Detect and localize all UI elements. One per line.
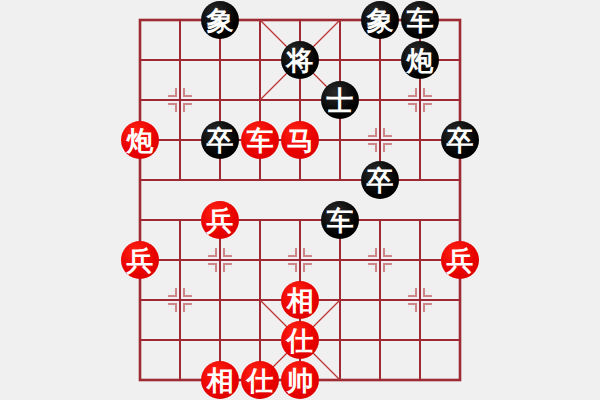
board-cell-b2[interactable] <box>160 280 200 320</box>
board-cell-i5[interactable] <box>440 160 480 200</box>
board-cell-i7[interactable] <box>440 80 480 120</box>
board-cell-d6[interactable]: 车 <box>240 120 280 160</box>
board-cell-a8[interactable] <box>120 40 160 80</box>
board-cell-f7[interactable]: 士 <box>320 80 360 120</box>
board-cell-g3[interactable] <box>360 240 400 280</box>
board-cell-i8[interactable] <box>440 40 480 80</box>
board-cell-e1[interactable]: 仕 <box>280 320 320 360</box>
board-cell-a1[interactable] <box>120 320 160 360</box>
board-cell-h7[interactable] <box>400 80 440 120</box>
board-cell-b4[interactable] <box>160 200 200 240</box>
board-cell-f2[interactable] <box>320 280 360 320</box>
board-cell-g9[interactable]: 象 <box>360 0 400 40</box>
board-cell-e0[interactable]: 帅 <box>280 360 320 400</box>
board-cell-h2[interactable] <box>400 280 440 320</box>
piece-black-general[interactable]: 将 <box>281 41 319 79</box>
board-cell-g0[interactable] <box>360 360 400 400</box>
board-cell-b9[interactable] <box>160 0 200 40</box>
board-grid: 象象车将炮士炮卒车马卒卒兵车兵兵相仕相仕帅 <box>120 0 480 400</box>
board-cell-d7[interactable] <box>240 80 280 120</box>
board-cell-e9[interactable] <box>280 0 320 40</box>
xiangqi-board: 象象车将炮士炮卒车马卒卒兵车兵兵相仕相仕帅 <box>0 0 600 400</box>
board-cell-f9[interactable] <box>320 0 360 40</box>
board-cell-d1[interactable] <box>240 320 280 360</box>
board-cell-e3[interactable] <box>280 240 320 280</box>
board-cell-i9[interactable] <box>440 0 480 40</box>
board-cell-h5[interactable] <box>400 160 440 200</box>
piece-black-elephant[interactable]: 象 <box>201 1 239 39</box>
board-cell-i1[interactable] <box>440 320 480 360</box>
board-cell-c2[interactable] <box>200 280 240 320</box>
board-cell-b5[interactable] <box>160 160 200 200</box>
board-cell-h9[interactable]: 车 <box>400 0 440 40</box>
board-cell-d4[interactable] <box>240 200 280 240</box>
board-cell-c5[interactable] <box>200 160 240 200</box>
piece-black-cannon[interactable]: 炮 <box>401 41 439 79</box>
board-cell-i2[interactable] <box>440 280 480 320</box>
board-cell-g2[interactable] <box>360 280 400 320</box>
board-cell-b0[interactable] <box>160 360 200 400</box>
board-cell-a9[interactable] <box>120 0 160 40</box>
board-cell-f0[interactable] <box>320 360 360 400</box>
piece-red-cannon[interactable]: 炮 <box>121 121 159 159</box>
board-cell-f5[interactable] <box>320 160 360 200</box>
board-cell-c6[interactable]: 卒 <box>200 120 240 160</box>
board-cell-a6[interactable]: 炮 <box>120 120 160 160</box>
board-cell-e5[interactable] <box>280 160 320 200</box>
piece-red-chariot[interactable]: 车 <box>241 121 279 159</box>
board-cell-c9[interactable]: 象 <box>200 0 240 40</box>
board-cell-e6[interactable]: 马 <box>280 120 320 160</box>
board-cell-d2[interactable] <box>240 280 280 320</box>
board-cell-g1[interactable] <box>360 320 400 360</box>
board-cell-e8[interactable]: 将 <box>280 40 320 80</box>
piece-black-chariot[interactable]: 车 <box>321 201 359 239</box>
piece-red-advisor[interactable]: 仕 <box>241 361 279 399</box>
piece-black-chariot[interactable]: 车 <box>401 1 439 39</box>
board-cell-d0[interactable]: 仕 <box>240 360 280 400</box>
board-cell-i3[interactable]: 兵 <box>440 240 480 280</box>
board-cell-d8[interactable] <box>240 40 280 80</box>
piece-black-soldier[interactable]: 卒 <box>361 161 399 199</box>
piece-black-advisor[interactable]: 士 <box>321 81 359 119</box>
board-cell-c4[interactable]: 兵 <box>200 200 240 240</box>
board-cell-h0[interactable] <box>400 360 440 400</box>
board-cell-c0[interactable]: 相 <box>200 360 240 400</box>
board-cell-b1[interactable] <box>160 320 200 360</box>
piece-red-advisor[interactable]: 仕 <box>281 321 319 359</box>
board-cell-e2[interactable]: 相 <box>280 280 320 320</box>
board-cell-f8[interactable] <box>320 40 360 80</box>
board-cell-h3[interactable] <box>400 240 440 280</box>
board-cell-a0[interactable] <box>120 360 160 400</box>
piece-black-elephant[interactable]: 象 <box>361 1 399 39</box>
piece-red-soldier[interactable]: 兵 <box>121 241 159 279</box>
piece-red-elephant[interactable]: 相 <box>281 281 319 319</box>
piece-black-soldier[interactable]: 卒 <box>441 121 479 159</box>
board-cell-a2[interactable] <box>120 280 160 320</box>
board-cell-f6[interactable] <box>320 120 360 160</box>
board-cell-g8[interactable] <box>360 40 400 80</box>
board-cell-c7[interactable] <box>200 80 240 120</box>
board-cell-a4[interactable] <box>120 200 160 240</box>
board-cell-b7[interactable] <box>160 80 200 120</box>
board-cell-g4[interactable] <box>360 200 400 240</box>
board-cell-g6[interactable] <box>360 120 400 160</box>
piece-red-soldier[interactable]: 兵 <box>441 241 479 279</box>
piece-red-general[interactable]: 帅 <box>281 361 319 399</box>
board-cell-e4[interactable] <box>280 200 320 240</box>
board-cell-h1[interactable] <box>400 320 440 360</box>
board-cell-f4[interactable]: 车 <box>320 200 360 240</box>
board-cell-h8[interactable]: 炮 <box>400 40 440 80</box>
board-cell-c3[interactable] <box>200 240 240 280</box>
piece-red-soldier[interactable]: 兵 <box>201 201 239 239</box>
board-cell-f3[interactable] <box>320 240 360 280</box>
board-cell-f1[interactable] <box>320 320 360 360</box>
piece-black-soldier[interactable]: 卒 <box>201 121 239 159</box>
board-cell-c1[interactable] <box>200 320 240 360</box>
piece-red-horse[interactable]: 马 <box>281 121 319 159</box>
board-cell-b6[interactable] <box>160 120 200 160</box>
board-cell-a3[interactable]: 兵 <box>120 240 160 280</box>
board-cell-h6[interactable] <box>400 120 440 160</box>
board-cell-g5[interactable]: 卒 <box>360 160 400 200</box>
board-cell-e7[interactable] <box>280 80 320 120</box>
board-cell-b3[interactable] <box>160 240 200 280</box>
board-cell-d9[interactable] <box>240 0 280 40</box>
board-cell-d5[interactable] <box>240 160 280 200</box>
board-cell-d3[interactable] <box>240 240 280 280</box>
board-cell-b8[interactable] <box>160 40 200 80</box>
board-cell-g7[interactable] <box>360 80 400 120</box>
board-cell-i6[interactable]: 卒 <box>440 120 480 160</box>
board-cell-c8[interactable] <box>200 40 240 80</box>
piece-red-elephant[interactable]: 相 <box>201 361 239 399</box>
board-cell-i4[interactable] <box>440 200 480 240</box>
board-cell-h4[interactable] <box>400 200 440 240</box>
board-cell-a7[interactable] <box>120 80 160 120</box>
board-cell-i0[interactable] <box>440 360 480 400</box>
board-cell-a5[interactable] <box>120 160 160 200</box>
